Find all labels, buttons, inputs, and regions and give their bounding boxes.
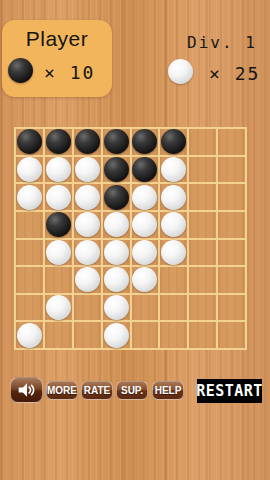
black-stone — [75, 129, 100, 154]
white-stone — [46, 185, 71, 210]
board-cell[interactable] — [189, 157, 216, 183]
board-cell[interactable] — [74, 129, 101, 155]
board-cell[interactable] — [189, 240, 216, 266]
board-cell[interactable] — [132, 184, 159, 210]
white-stone — [17, 185, 42, 210]
black-stone — [46, 129, 71, 154]
board-cell[interactable] — [218, 184, 245, 210]
white-stone — [46, 157, 71, 182]
opponent-count-value: 25 — [235, 63, 261, 84]
white-stone — [161, 185, 186, 210]
app-background: Player × 10 Div. 1 × 25 MORE RATE SUP. H… — [0, 0, 270, 480]
white-stone — [75, 157, 100, 182]
board-cell[interactable] — [16, 295, 43, 321]
board-cell[interactable] — [160, 129, 187, 155]
white-stone — [46, 295, 71, 320]
support-button[interactable]: SUP. — [116, 381, 148, 400]
player-stone-count: × 10 — [44, 62, 95, 83]
board-cell[interactable] — [218, 322, 245, 348]
black-stone — [132, 157, 157, 182]
board-cell[interactable] — [132, 240, 159, 266]
opponent-stone-count: × 25 — [209, 63, 260, 84]
board-cell[interactable] — [160, 240, 187, 266]
board-cell[interactable] — [160, 267, 187, 293]
board-cell[interactable] — [160, 157, 187, 183]
black-stone — [104, 157, 129, 182]
board-cell[interactable] — [189, 322, 216, 348]
board-cell[interactable] — [189, 267, 216, 293]
rate-button[interactable]: RATE — [81, 381, 113, 400]
white-stone — [132, 212, 157, 237]
black-stone — [104, 129, 129, 154]
sound-button[interactable] — [10, 377, 43, 403]
speaker-icon — [17, 382, 37, 398]
white-stone — [46, 240, 71, 265]
white-stone — [161, 157, 186, 182]
black-stone — [132, 129, 157, 154]
board-cell[interactable] — [103, 184, 130, 210]
board-cell[interactable] — [103, 129, 130, 155]
black-stone — [161, 129, 186, 154]
board-cell[interactable] — [189, 184, 216, 210]
white-stone — [161, 212, 186, 237]
board-cell[interactable] — [45, 184, 72, 210]
white-stone — [104, 323, 129, 348]
board-cell[interactable] — [132, 129, 159, 155]
board-cell[interactable] — [160, 184, 187, 210]
board-cell[interactable] — [160, 212, 187, 238]
board-cell[interactable] — [16, 184, 43, 210]
board-cell[interactable] — [189, 212, 216, 238]
board-cell[interactable] — [103, 322, 130, 348]
board-cell[interactable] — [16, 212, 43, 238]
board-cell[interactable] — [132, 322, 159, 348]
board-cell[interactable] — [103, 157, 130, 183]
board-cell[interactable] — [74, 240, 101, 266]
player-multiplier: × — [44, 62, 57, 83]
board-cell[interactable] — [189, 295, 216, 321]
board-cell[interactable] — [16, 240, 43, 266]
white-stone — [17, 157, 42, 182]
more-button[interactable]: MORE — [46, 381, 78, 400]
white-stone — [132, 240, 157, 265]
board-cell[interactable] — [218, 267, 245, 293]
board-cell[interactable] — [132, 267, 159, 293]
help-button[interactable]: HELP — [152, 381, 184, 400]
white-stone — [17, 323, 42, 348]
black-stone — [104, 185, 129, 210]
opponent-multiplier: × — [209, 63, 222, 84]
board-cell[interactable] — [45, 322, 72, 348]
board-cell[interactable] — [103, 212, 130, 238]
board-cell[interactable] — [103, 240, 130, 266]
white-stone — [75, 240, 100, 265]
board-cell[interactable] — [160, 322, 187, 348]
board-cell[interactable] — [74, 267, 101, 293]
board-cell[interactable] — [45, 157, 72, 183]
board-cell[interactable] — [218, 129, 245, 155]
board-cell[interactable] — [218, 212, 245, 238]
white-stone — [75, 185, 100, 210]
player-count-value: 10 — [70, 62, 96, 83]
board-cell[interactable] — [160, 295, 187, 321]
board-cell[interactable] — [74, 157, 101, 183]
board-cell[interactable] — [45, 129, 72, 155]
board-cell[interactable] — [132, 295, 159, 321]
board — [14, 127, 247, 350]
white-stone — [104, 240, 129, 265]
board-cell[interactable] — [74, 212, 101, 238]
white-stone — [132, 267, 157, 292]
board-cell[interactable] — [45, 212, 72, 238]
board-cell[interactable] — [16, 267, 43, 293]
board-cell[interactable] — [189, 129, 216, 155]
restart-button[interactable]: RESTART — [197, 379, 262, 403]
white-stone — [75, 267, 100, 292]
white-stone — [104, 212, 129, 237]
board-cell[interactable] — [74, 322, 101, 348]
white-stone — [132, 185, 157, 210]
board-cell[interactable] — [16, 129, 43, 155]
player-label: Player — [0, 27, 114, 51]
white-stone — [104, 295, 129, 320]
board-cell[interactable] — [218, 240, 245, 266]
board-cell[interactable] — [16, 157, 43, 183]
opponent-white-stone-icon — [168, 59, 193, 84]
board-cell[interactable] — [103, 295, 130, 321]
board-cell[interactable] — [132, 157, 159, 183]
board-cell[interactable] — [45, 267, 72, 293]
board-cell[interactable] — [218, 157, 245, 183]
board-cell[interactable] — [132, 212, 159, 238]
board-cell[interactable] — [45, 240, 72, 266]
opponent-label: Div. 1 — [187, 33, 257, 52]
board-cell[interactable] — [218, 295, 245, 321]
white-stone — [161, 240, 186, 265]
white-stone — [104, 267, 129, 292]
player-black-stone-icon — [8, 58, 33, 83]
board-cell[interactable] — [74, 295, 101, 321]
board-cell[interactable] — [74, 184, 101, 210]
board-cell[interactable] — [103, 267, 130, 293]
black-stone — [17, 129, 42, 154]
white-stone — [75, 212, 100, 237]
board-cell[interactable] — [16, 322, 43, 348]
board-cell[interactable] — [45, 295, 72, 321]
black-stone — [46, 212, 71, 237]
